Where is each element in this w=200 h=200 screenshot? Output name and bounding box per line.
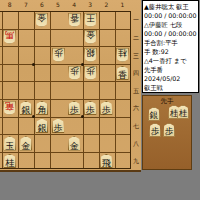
col-label-8: 8: [2, 1, 18, 8]
col-label-2: 2: [98, 1, 114, 8]
shogi-board: 987654321 一二三四五六七八九 金香王馬金歩銀桂歩歩香竜銀角歩歩歩銀歩玉…: [0, 0, 141, 172]
panel-line-4: 00:00 / 00:00:00: [144, 29, 198, 38]
col-label-5: 5: [50, 1, 66, 8]
hoshi-dot: [81, 63, 84, 66]
row-label-7: 七: [131, 122, 141, 131]
sente-hand-tray: 先手 銀桂桂歩歩: [142, 95, 192, 170]
col-label-6: 6: [34, 1, 50, 8]
board-grid: [0, 11, 131, 169]
col-label-7: 7: [18, 1, 34, 8]
col-label-3: 3: [82, 1, 98, 8]
hand-piece-歩-4[interactable]: 歩: [163, 123, 175, 137]
row-label-3: 三: [131, 52, 141, 61]
row-label-2: 二: [131, 34, 141, 43]
panel-line-7: △4一香打 まで: [144, 56, 198, 65]
panel-line-8: 先手番: [144, 65, 198, 74]
hand-piece-歩-3[interactable]: 歩: [149, 123, 161, 137]
game-info-panel: ▲藤井聡太 叡王00:00 / 00:00:00△伊藤匠 七段00:00 / 0…: [142, 0, 199, 93]
panel-line-2: 00:00 / 00:00:00: [144, 11, 198, 20]
sente-hand-label: 先手: [143, 97, 191, 106]
row-label-9: 九: [131, 157, 141, 166]
panel-line-6: 手 数:92: [144, 47, 198, 56]
col-label-4: 4: [66, 1, 82, 8]
panel-line-1: ▲藤井聡太 叡王: [144, 2, 198, 11]
row-label-6: 六: [131, 104, 141, 113]
row-label-4: 四: [131, 69, 141, 78]
col-label-1: 1: [114, 1, 130, 8]
row-label-5: 五: [131, 87, 141, 96]
hand-piece-銀-0[interactable]: 銀: [148, 107, 160, 121]
row-label-8: 八: [131, 140, 141, 149]
panel-line-9: 2024/05/02: [144, 74, 198, 83]
shogi-app: { "game": "shogi", "event": "叡王戦", "date…: [0, 0, 200, 200]
hand-piece-桂-2[interactable]: 桂: [177, 105, 189, 119]
panel-line-5: 手合割:平手: [144, 38, 198, 47]
row-label-1: 一: [131, 16, 141, 25]
panel-line-3: △伊藤匠 七段: [144, 20, 198, 29]
panel-line-10: 叡王戦: [144, 83, 198, 92]
